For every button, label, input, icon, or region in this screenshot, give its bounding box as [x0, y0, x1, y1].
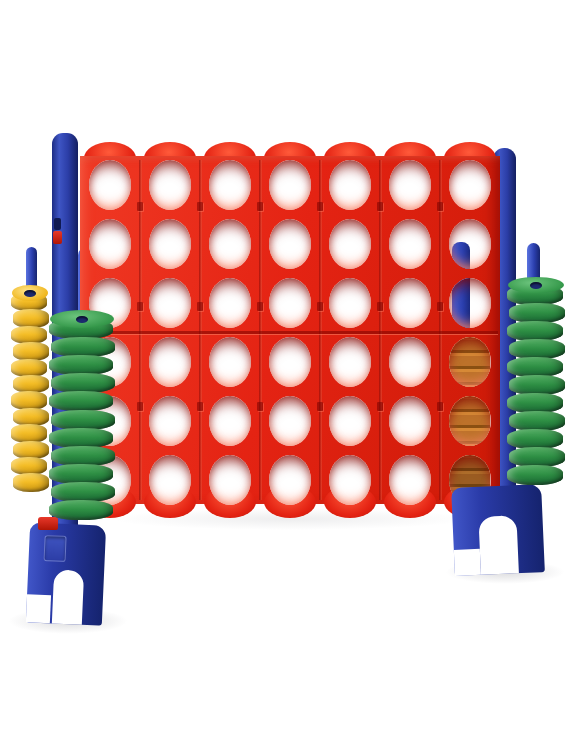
hole-rim [389, 455, 431, 505]
board-hole-r1c5 [329, 160, 371, 210]
board-hole-r1c6 [389, 160, 431, 210]
divider-tick [377, 202, 383, 211]
connect-four-board [80, 142, 500, 518]
hole-rim [149, 278, 191, 328]
board-hole-r1c7 [449, 160, 491, 210]
hole-rim [149, 160, 191, 210]
stack-top-cap [50, 310, 114, 328]
stored-disc-green [507, 321, 563, 341]
frame-slot [54, 218, 61, 230]
divider-tick [437, 202, 443, 211]
divider-tick [197, 202, 203, 211]
leg-right [451, 484, 545, 576]
disc-stack-green-left [50, 310, 114, 522]
post-hole-in-top-disc [530, 282, 542, 289]
frame-red-clip [53, 231, 62, 244]
board-hole-r2c6 [389, 219, 431, 269]
board-hole-r5c2 [149, 396, 191, 446]
stored-disc-green [509, 303, 565, 323]
brand-plate [44, 535, 67, 562]
stored-disc-green [49, 391, 113, 411]
hole-rim [449, 278, 491, 328]
hole-rim [329, 278, 371, 328]
hole-rim [269, 278, 311, 328]
hole-rim [209, 160, 251, 210]
hole-rim [269, 455, 311, 505]
disc-stack-yellow-left [12, 285, 48, 494]
hole-rim [329, 396, 371, 446]
divider-tick [137, 302, 143, 311]
stored-disc-green [507, 465, 563, 485]
hole-rim [389, 337, 431, 387]
hole-rim [149, 219, 191, 269]
divider-tick [317, 302, 323, 311]
board-hole-r2c3 [209, 219, 251, 269]
divider-tick [377, 402, 383, 411]
post-hole-in-top-disc [76, 316, 88, 323]
stored-disc-green [49, 355, 113, 375]
leg-prong-cutoff [26, 594, 51, 623]
product-photo-giant-connect-four [0, 0, 578, 750]
hole-rim [389, 278, 431, 328]
hole-rim [269, 160, 311, 210]
board-hole-r2c7 [449, 219, 491, 269]
board-hole-r5c3 [209, 396, 251, 446]
board-hole-r4c6 [389, 337, 431, 387]
board-hole-r3c2 [149, 278, 191, 328]
hole-rim [209, 278, 251, 328]
hole-rim [269, 337, 311, 387]
board-hole-r1c2 [149, 160, 191, 210]
hole-rim [149, 396, 191, 446]
stored-disc-green [51, 337, 115, 357]
hole-rim [449, 396, 491, 446]
column-divider [319, 160, 322, 500]
stored-disc-green [507, 357, 563, 377]
leg-prong-cutoff [454, 549, 481, 576]
divider-tick [197, 302, 203, 311]
board-hole-r4c5 [329, 337, 371, 387]
board-hole-r2c2 [149, 219, 191, 269]
board-hole-r6c6 [389, 455, 431, 505]
column-divider [259, 160, 262, 500]
stored-disc-green [51, 373, 115, 393]
hole-rim [389, 396, 431, 446]
hole-rim [329, 160, 371, 210]
divider-tick [257, 402, 263, 411]
board-hole-r1c3 [209, 160, 251, 210]
board-hole-r5c5 [329, 396, 371, 446]
board-hole-r4c7 [449, 337, 491, 387]
board-hole-r3c5 [329, 278, 371, 328]
hole-rim [209, 337, 251, 387]
hole-rim [269, 219, 311, 269]
divider-tick [137, 202, 143, 211]
divider-tick [257, 302, 263, 311]
hole-rim [389, 219, 431, 269]
board-hole-r2c1 [89, 219, 131, 269]
board-hole-r6c5 [329, 455, 371, 505]
hole-rim [209, 219, 251, 269]
stack-top-cap [508, 277, 564, 293]
board-hole-r2c5 [329, 219, 371, 269]
stored-disc-green [509, 447, 565, 467]
hole-rim [389, 160, 431, 210]
divider-tick [317, 202, 323, 211]
stored-disc-green [509, 339, 565, 359]
stored-disc-green [49, 464, 113, 484]
board-hole-r4c4 [269, 337, 311, 387]
board-hole-r3c7 [449, 278, 491, 328]
board-hole-r1c4 [269, 160, 311, 210]
board-hole-r2c4 [269, 219, 311, 269]
hole-rim [449, 219, 491, 269]
hole-rim [329, 337, 371, 387]
board-hole-r6c2 [149, 455, 191, 505]
board-hole-r3c3 [209, 278, 251, 328]
stored-disc-green [507, 429, 563, 449]
stored-disc-green [509, 411, 565, 431]
hole-rim [209, 455, 251, 505]
board-hole-r4c2 [149, 337, 191, 387]
divider-tick [377, 302, 383, 311]
stack-top-cap [12, 285, 48, 301]
column-divider [439, 160, 442, 500]
disc-stack-green-right [508, 277, 564, 487]
divider-tick [317, 402, 323, 411]
hole-rim [449, 160, 491, 210]
leg-arch [478, 515, 518, 575]
column-divider [379, 160, 382, 500]
board-hole-r6c3 [209, 455, 251, 505]
post-hole-in-top-disc [24, 290, 36, 297]
hole-rim [149, 455, 191, 505]
stored-disc-yellow [13, 473, 49, 491]
divider-tick [257, 202, 263, 211]
hole-rim [209, 396, 251, 446]
board-hole-r3c6 [389, 278, 431, 328]
hole-rim [89, 160, 131, 210]
divider-tick [437, 302, 443, 311]
column-divider [139, 160, 142, 500]
hole-rim [269, 396, 311, 446]
hole-rim [449, 337, 491, 387]
stored-disc-green [507, 393, 563, 413]
stored-disc-green [49, 428, 113, 448]
board-hole-r4c3 [209, 337, 251, 387]
hole-rim [329, 455, 371, 505]
board-center-seam [82, 331, 498, 334]
stored-disc-green [509, 375, 565, 395]
stored-disc-green [49, 500, 113, 520]
hole-rim [89, 219, 131, 269]
hole-rim [329, 219, 371, 269]
divider-tick [137, 402, 143, 411]
board-hole-r6c4 [269, 455, 311, 505]
leg-arch [52, 569, 84, 624]
board-hole-r5c7 [449, 396, 491, 446]
stored-disc-green [51, 482, 115, 502]
leg-left [26, 522, 106, 625]
board-hole-r3c4 [269, 278, 311, 328]
stored-disc-green [51, 446, 115, 466]
divider-tick [437, 402, 443, 411]
board-hole-r5c6 [389, 396, 431, 446]
board-hole-r1c1 [89, 160, 131, 210]
column-divider [199, 160, 202, 500]
divider-tick [197, 402, 203, 411]
stored-disc-green [51, 410, 115, 430]
hole-rim [149, 337, 191, 387]
board-hole-r5c4 [269, 396, 311, 446]
